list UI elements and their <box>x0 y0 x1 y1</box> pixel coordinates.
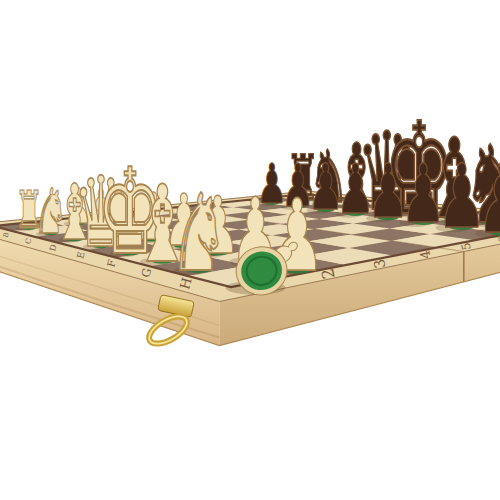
piece-white-knight-g1: ♞ <box>169 170 229 295</box>
chess-set-product-photo: ABCDEFGH12345678♜♞♟♝♟♛♟♚♟♝♟♞♟♟♜♟♟♜♟♟♞♟♝♟… <box>0 0 500 500</box>
glyph-white-knight: ♞ <box>169 170 229 295</box>
piece-black-pawn-h7: ♟ <box>475 142 500 255</box>
glyph-black-pawn: ♟ <box>476 142 500 255</box>
chess-scene: ABCDEFGH12345678♜♞♟♝♟♛♟♚♟♝♟♞♟♟♜♟♟♜♟♟♞♟♝♟… <box>0 0 500 500</box>
